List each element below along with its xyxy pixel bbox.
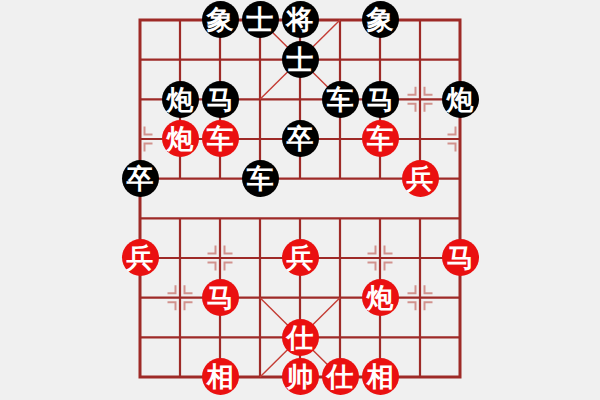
piece-red-chariot[interactable]: 车 [362, 120, 399, 157]
piece-black-cannon[interactable]: 炮 [442, 81, 479, 118]
piece-red-horse[interactable]: 马 [442, 239, 479, 276]
piece-red-advisor[interactable]: 仕 [322, 358, 359, 395]
piece-red-elephant[interactable]: 相 [362, 358, 399, 395]
piece-red-horse[interactable]: 马 [202, 279, 239, 316]
piece-black-elephant[interactable]: 象 [362, 1, 399, 38]
piece-red-advisor[interactable]: 仕 [282, 319, 319, 356]
piece-black-general[interactable]: 将 [282, 1, 319, 38]
piece-red-soldier[interactable]: 兵 [122, 239, 159, 276]
piece-black-chariot[interactable]: 车 [242, 160, 279, 197]
piece-red-chariot[interactable]: 车 [202, 120, 239, 157]
piece-black-advisor[interactable]: 士 [242, 1, 279, 38]
piece-red-cannon[interactable]: 炮 [162, 120, 199, 157]
piece-red-general[interactable]: 帅 [282, 358, 319, 395]
piece-red-cannon[interactable]: 炮 [362, 279, 399, 316]
piece-black-soldier[interactable]: 卒 [122, 160, 159, 197]
piece-black-elephant[interactable]: 象 [202, 1, 239, 38]
piece-red-soldier[interactable]: 兵 [282, 239, 319, 276]
piece-red-elephant[interactable]: 相 [202, 358, 239, 395]
piece-black-horse[interactable]: 马 [202, 81, 239, 118]
pieces-layer: 象士将象士炮马车马炮炮车卒车卒车兵兵兵马马炮仕相帅仕相 [120, 0, 480, 397]
piece-black-advisor[interactable]: 士 [282, 41, 319, 78]
piece-black-cannon[interactable]: 炮 [162, 81, 199, 118]
piece-black-chariot[interactable]: 车 [322, 81, 359, 118]
xiangqi-board: 象士将象士炮马车马炮炮车卒车卒车兵兵兵马马炮仕相帅仕相 [0, 0, 600, 400]
piece-black-soldier[interactable]: 卒 [282, 120, 319, 157]
piece-red-soldier[interactable]: 兵 [402, 160, 439, 197]
piece-black-horse[interactable]: 马 [362, 81, 399, 118]
